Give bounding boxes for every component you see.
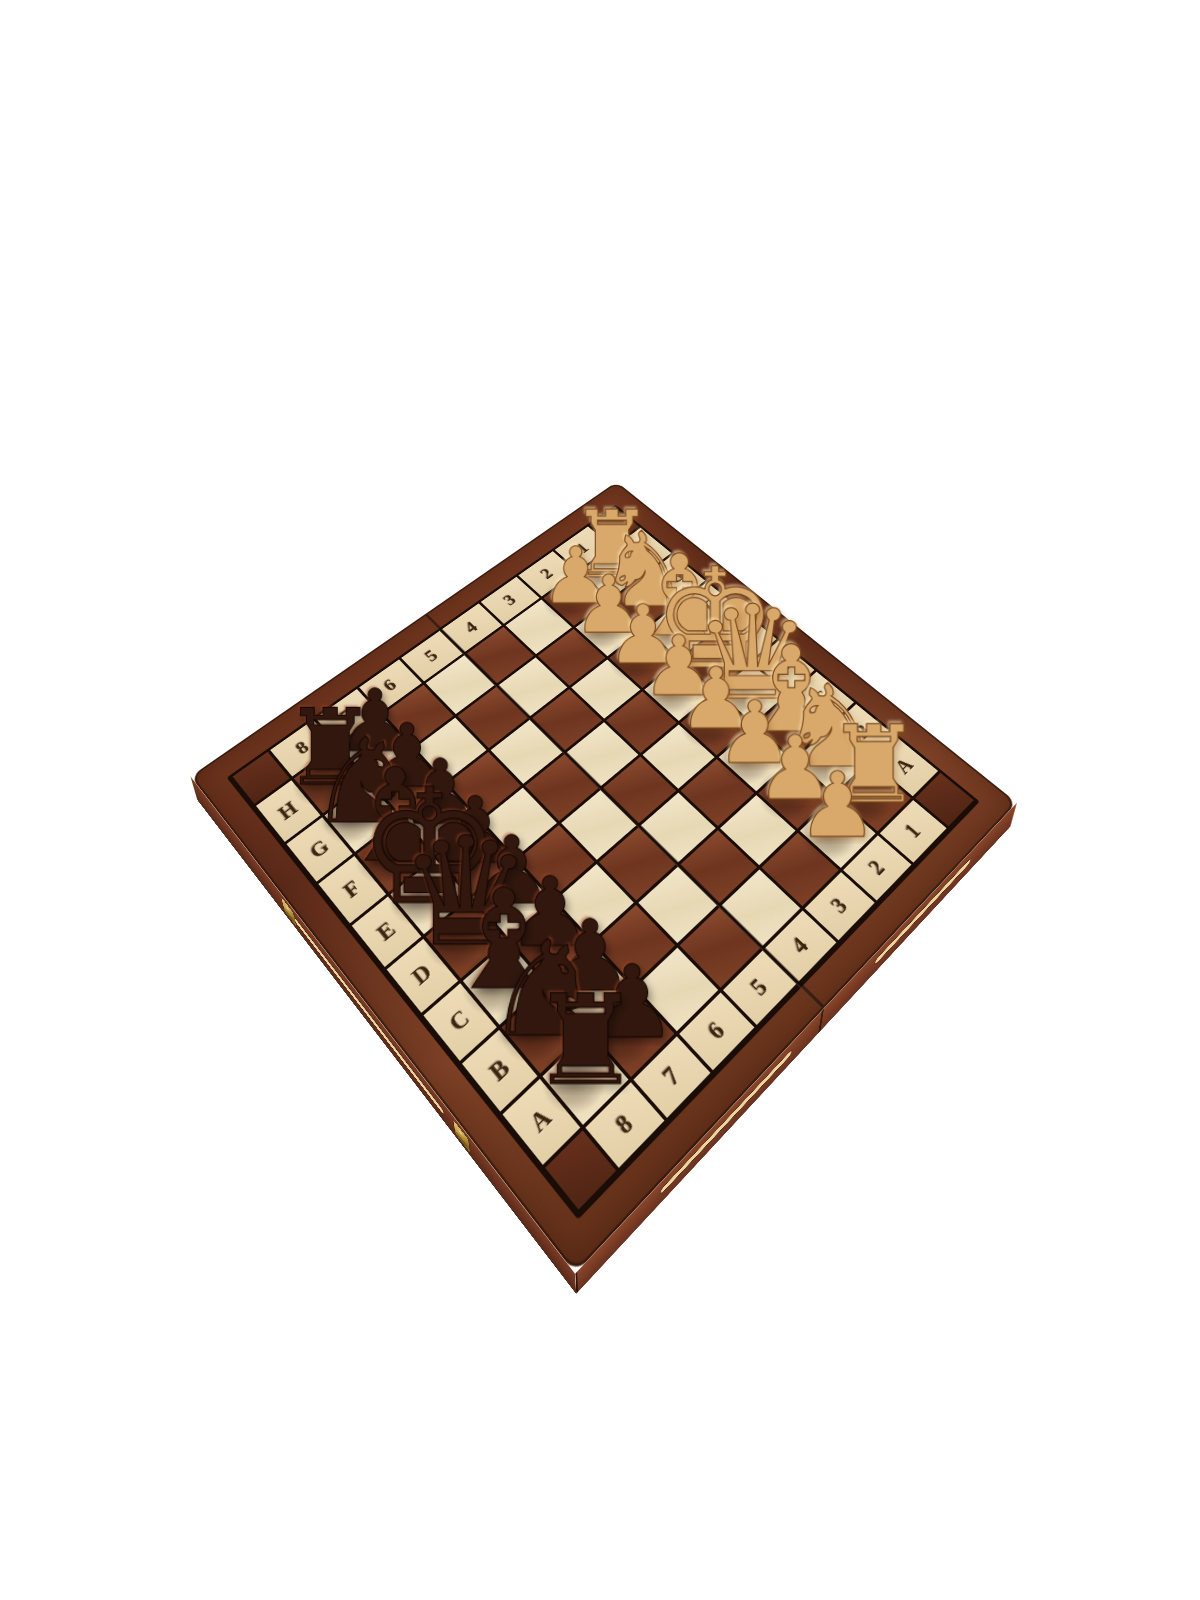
- rank-label-text: 2: [537, 565, 558, 583]
- fold-seam-side: [818, 1008, 824, 1033]
- file-label-text: F: [699, 596, 723, 616]
- rank-label-text: 1: [573, 540, 594, 557]
- rank-label-text: 4: [461, 618, 483, 637]
- file-label-text: E: [734, 625, 759, 646]
- rank-label-text: 6: [380, 675, 402, 695]
- rank-label-text: 5: [421, 646, 443, 666]
- chess-board: HGFEDCBA1122334455667788HGFEDCBA ♜♞♝♛♚♝♞…: [190, 482, 1016, 1274]
- file-label-text: G: [663, 567, 689, 587]
- rank-label-text: 3: [500, 591, 521, 609]
- file-label-text: D: [770, 655, 797, 677]
- file-label-text: H: [631, 540, 656, 560]
- chess-board-scene: HGFEDCBA1122334455667788HGFEDCBA ♜♞♝♛♚♝♞…: [0, 0, 1200, 1600]
